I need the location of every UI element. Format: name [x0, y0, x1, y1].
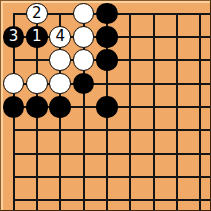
intersection: [165, 142, 188, 165]
intersection: [119, 165, 142, 188]
intersection: [2, 119, 25, 142]
intersection: [189, 119, 211, 142]
move-number: 4: [55, 29, 65, 44]
intersection: [119, 189, 142, 211]
intersection: [2, 2, 25, 25]
stone-black: [96, 96, 118, 118]
intersection: [165, 189, 188, 211]
stone-white: [73, 3, 95, 25]
intersection: [72, 165, 95, 188]
intersection: [165, 119, 188, 142]
stone-black: [26, 96, 48, 118]
intersection: [189, 2, 211, 25]
intersection: [142, 95, 165, 118]
intersection: [49, 49, 72, 72]
intersection: [72, 119, 95, 142]
intersection: [95, 142, 118, 165]
intersection: [72, 25, 95, 48]
intersection: [2, 49, 25, 72]
intersection: [49, 119, 72, 142]
go-board-diagram: 2314: [0, 0, 211, 211]
intersection: [189, 25, 211, 48]
intersection: [189, 95, 211, 118]
intersection: [49, 142, 72, 165]
intersection: [142, 142, 165, 165]
intersection: [2, 165, 25, 188]
intersection: [95, 189, 118, 211]
intersection: [119, 95, 142, 118]
stone-black-move-1: 1: [26, 26, 48, 48]
stone-white: [73, 26, 95, 48]
stone-black: [49, 96, 71, 118]
intersection: [165, 72, 188, 95]
intersection: [25, 49, 48, 72]
move-number: 1: [32, 29, 42, 44]
intersection: [25, 142, 48, 165]
intersection: [95, 72, 118, 95]
stone-black-move-3: 3: [3, 26, 25, 48]
intersection: [119, 25, 142, 48]
intersection: [25, 72, 48, 95]
stone-white-move-4: 4: [49, 26, 71, 48]
intersection: [119, 49, 142, 72]
intersection: [189, 189, 211, 211]
intersection: [142, 165, 165, 188]
intersection: [72, 189, 95, 211]
intersection: [142, 72, 165, 95]
intersection: 2: [25, 2, 48, 25]
intersection: [119, 119, 142, 142]
intersection: [95, 165, 118, 188]
intersection: 3: [2, 25, 25, 48]
intersection: [165, 2, 188, 25]
intersection: [49, 189, 72, 211]
stone-black: [73, 73, 95, 95]
intersection: [72, 72, 95, 95]
board-grid: 2314: [2, 2, 211, 211]
intersection: [25, 165, 48, 188]
intersection: [49, 2, 72, 25]
intersection: [95, 25, 118, 48]
stone-white: [49, 49, 71, 71]
intersection: [49, 72, 72, 95]
intersection: [142, 189, 165, 211]
intersection: [142, 49, 165, 72]
intersection: [189, 142, 211, 165]
intersection: [25, 119, 48, 142]
intersection: [189, 72, 211, 95]
intersection: [119, 72, 142, 95]
intersection: [2, 189, 25, 211]
stone-black: [96, 49, 118, 71]
intersection: [189, 49, 211, 72]
intersection: [165, 165, 188, 188]
intersection: [2, 95, 25, 118]
intersection: [119, 2, 142, 25]
intersection: [119, 142, 142, 165]
move-number: 3: [9, 29, 19, 44]
move-number: 2: [32, 6, 42, 21]
intersection: [49, 95, 72, 118]
intersection: [95, 119, 118, 142]
intersection: [25, 95, 48, 118]
stone-white: [26, 73, 48, 95]
intersection: 1: [25, 25, 48, 48]
stone-white: [3, 73, 25, 95]
intersection: [189, 165, 211, 188]
intersection: [95, 49, 118, 72]
intersection: [49, 165, 72, 188]
intersection: [95, 2, 118, 25]
intersection: [142, 25, 165, 48]
intersection: [165, 49, 188, 72]
intersection: [72, 95, 95, 118]
intersection: [72, 2, 95, 25]
intersection: [165, 25, 188, 48]
stone-white: [49, 73, 71, 95]
stone-white-move-2: 2: [26, 3, 48, 25]
stone-black: [3, 96, 25, 118]
intersection: [142, 119, 165, 142]
stone-white: [73, 49, 95, 71]
intersection: 4: [49, 25, 72, 48]
intersection: [2, 142, 25, 165]
intersection: [25, 189, 48, 211]
intersection: [72, 49, 95, 72]
intersection: [72, 142, 95, 165]
stone-black: [96, 26, 118, 48]
intersection: [142, 2, 165, 25]
intersection: [2, 72, 25, 95]
intersection: [95, 95, 118, 118]
stone-black: [96, 3, 118, 25]
intersection: [165, 95, 188, 118]
